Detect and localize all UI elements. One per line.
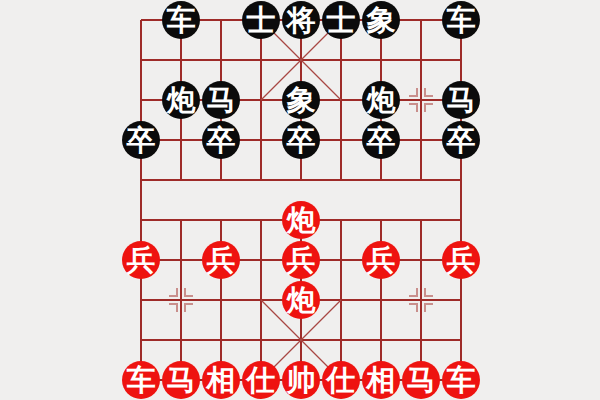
red-soldier[interactable]: 兵 xyxy=(122,241,160,279)
red-chariot[interactable]: 车 xyxy=(122,361,160,399)
black-horse[interactable]: 马 xyxy=(442,81,480,119)
red-cannon[interactable]: 炮 xyxy=(282,201,320,239)
black-general[interactable]: 将 xyxy=(282,1,320,39)
red-soldier[interactable]: 兵 xyxy=(202,241,240,279)
black-soldier[interactable]: 卒 xyxy=(362,121,400,159)
black-soldier[interactable]: 卒 xyxy=(442,121,480,159)
red-cannon[interactable]: 炮 xyxy=(282,281,320,319)
red-advisor[interactable]: 仕 xyxy=(322,361,360,399)
black-chariot[interactable]: 车 xyxy=(162,1,200,39)
grid-lines xyxy=(141,20,461,380)
black-advisor[interactable]: 士 xyxy=(242,1,280,39)
black-cannon[interactable]: 炮 xyxy=(362,81,400,119)
red-horse[interactable]: 马 xyxy=(162,361,200,399)
red-elephant[interactable]: 相 xyxy=(362,361,400,399)
black-soldier[interactable]: 卒 xyxy=(202,121,240,159)
red-elephant[interactable]: 相 xyxy=(202,361,240,399)
red-soldier[interactable]: 兵 xyxy=(362,241,400,279)
red-advisor[interactable]: 仕 xyxy=(242,361,280,399)
red-general[interactable]: 帅 xyxy=(282,361,320,399)
black-soldier[interactable]: 卒 xyxy=(282,121,320,159)
red-chariot[interactable]: 车 xyxy=(442,361,480,399)
black-elephant[interactable]: 象 xyxy=(282,81,320,119)
red-horse[interactable]: 马 xyxy=(402,361,440,399)
black-chariot[interactable]: 车 xyxy=(442,1,480,39)
black-elephant[interactable]: 象 xyxy=(362,1,400,39)
black-cannon[interactable]: 炮 xyxy=(162,81,200,119)
xiangqi-board: 车士将士象车炮马象炮马卒卒卒卒卒炮兵兵兵兵兵炮车马相仕帅仕相马车 xyxy=(0,0,600,400)
red-soldier[interactable]: 兵 xyxy=(442,241,480,279)
red-soldier[interactable]: 兵 xyxy=(282,241,320,279)
black-horse[interactable]: 马 xyxy=(202,81,240,119)
black-soldier[interactable]: 卒 xyxy=(122,121,160,159)
black-advisor[interactable]: 士 xyxy=(322,1,360,39)
board-grid xyxy=(0,0,600,400)
